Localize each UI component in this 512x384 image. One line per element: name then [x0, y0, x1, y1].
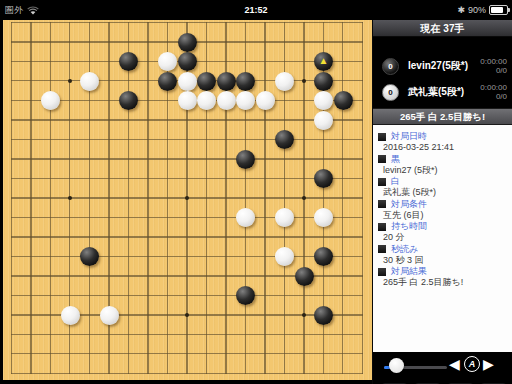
black-stone [295, 267, 314, 286]
white-stone [100, 306, 119, 325]
battery-percent: 90% [468, 5, 486, 15]
black-stone [314, 169, 333, 188]
info-label: 対局日時 [373, 131, 512, 142]
white-stone [314, 111, 333, 130]
result-banner: 265手 白 2.5目勝ち! [373, 108, 512, 125]
square-bullet-icon [378, 245, 386, 253]
board-grid: ▲ [11, 22, 363, 374]
white-stone [314, 91, 333, 110]
square-bullet-icon [378, 178, 386, 186]
info-value: 武礼葉 (5段*) [373, 187, 512, 198]
white-stone [217, 91, 236, 110]
white-player-clock: 0:00:00 0/0 [480, 83, 507, 101]
black-stone [314, 72, 333, 91]
info-value: 30 秒 3 回 [373, 255, 512, 266]
black-stone [197, 72, 216, 91]
info-value: 20 分 [373, 232, 512, 243]
hoshi-point [185, 313, 189, 317]
black-stone [178, 52, 197, 71]
move-slider-thumb[interactable] [389, 358, 404, 373]
square-bullet-icon [378, 268, 386, 276]
black-player-clock: 0:00:00 0/0 [480, 57, 507, 75]
black-stone [236, 286, 255, 305]
black-player-name: levin27(5段*) [408, 59, 480, 73]
black-stone [217, 72, 236, 91]
black-stone [236, 72, 255, 91]
white-captures-stone-icon: 0 [382, 84, 399, 101]
hoshi-point [302, 79, 306, 83]
black-stone [158, 72, 177, 91]
info-label: 秒読み [373, 244, 512, 255]
black-stone [119, 91, 138, 110]
white-stone [275, 208, 294, 227]
white-stone [197, 91, 216, 110]
white-player-name: 武礼葉(5段*) [408, 85, 480, 99]
info-label: 黒 [373, 154, 512, 165]
white-stone [256, 91, 275, 110]
white-stone [314, 208, 333, 227]
move-counter-header: 現在 37手 [373, 20, 512, 37]
info-value: 互先 (6目) [373, 210, 512, 221]
side-panel: 現在 37手 0 levin27(5段*) 0:00:00 0/0 0 武礼葉(… [372, 20, 512, 384]
hoshi-point [185, 196, 189, 200]
black-captures-stone-icon: 0 [382, 58, 399, 75]
info-value: levin27 (5段*) [373, 165, 512, 176]
white-stone [236, 208, 255, 227]
white-stone [275, 247, 294, 266]
goban[interactable]: ▲ [3, 20, 372, 380]
status-bar: 圏外 21:52 ✱ 90% [0, 0, 512, 20]
last-move-triangle-marker: ▲ [319, 56, 329, 66]
white-stone [80, 72, 99, 91]
hoshi-point [68, 79, 72, 83]
black-stone [80, 247, 99, 266]
step-back-button[interactable]: ◀ [449, 355, 460, 373]
hoshi-point [302, 313, 306, 317]
white-stone [178, 91, 197, 110]
black-stone [119, 52, 138, 71]
player-row-black[interactable]: 0 levin27(5段*) 0:00:00 0/0 [373, 53, 512, 79]
info-label: 対局条件 [373, 199, 512, 210]
white-stone [61, 306, 80, 325]
hoshi-point [68, 196, 72, 200]
info-label: 白 [373, 176, 512, 187]
hoshi-point [302, 196, 306, 200]
info-value: 265手 白 2.5目勝ち! [373, 277, 512, 288]
info-label: 対局結果 [373, 266, 512, 277]
playback-controls: ◀ A ▶ 手順 検討 形勢 退室 [373, 352, 512, 384]
clock-time: 21:52 [0, 5, 512, 15]
board-area: ▲ [0, 20, 372, 384]
black-stone [178, 33, 197, 52]
white-stone [41, 91, 60, 110]
info-label: 持ち時間 [373, 221, 512, 232]
white-stone [236, 91, 255, 110]
auto-play-button[interactable]: A [464, 356, 480, 372]
square-bullet-icon [378, 155, 386, 163]
black-stone [275, 130, 294, 149]
battery-icon [489, 5, 508, 15]
step-forward-button[interactable]: ▶ [483, 355, 494, 373]
player-row-white[interactable]: 0 武礼葉(5段*) 0:00:00 0/0 [373, 79, 512, 105]
app-screen: 圏外 21:52 ✱ 90% ▲ 現在 37手 0 levin27(5段*) 0… [0, 0, 512, 384]
black-stone [334, 91, 353, 110]
black-stone [236, 150, 255, 169]
square-bullet-icon [378, 133, 386, 141]
black-stone [314, 247, 333, 266]
black-stone: ▲ [314, 52, 333, 71]
black-stone [314, 306, 333, 325]
white-stone [178, 72, 197, 91]
game-info-list: 対局日時 2016-03-25 21:41 黒 levin27 (5段*) 白 … [373, 125, 512, 352]
info-value: 2016-03-25 21:41 [373, 142, 512, 153]
white-stone [275, 72, 294, 91]
white-stone [158, 52, 177, 71]
square-bullet-icon [378, 223, 386, 231]
bluetooth-icon: ✱ [457, 5, 465, 15]
square-bullet-icon [378, 200, 386, 208]
